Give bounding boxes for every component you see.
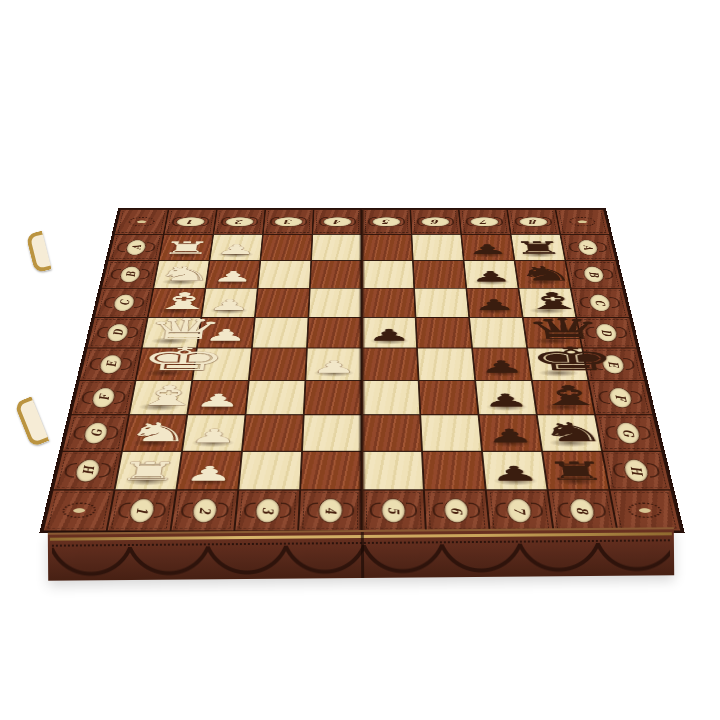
square-g1[interactable]	[122, 415, 187, 451]
border-label-top-6: 6	[410, 209, 461, 234]
square-h2[interactable]	[176, 451, 242, 490]
square-c6[interactable]	[414, 288, 469, 317]
piece-black-p-a7[interactable]: ♟	[462, 243, 514, 257]
coordinate-medallion: 6	[443, 498, 469, 522]
carved-curl-icon	[121, 358, 133, 370]
square-h3[interactable]	[238, 451, 302, 490]
border-label-bottom-4: 4	[298, 490, 362, 531]
piece-black-p-d5[interactable]: ♟	[362, 327, 417, 343]
carved-curl-icon	[154, 503, 167, 518]
border-label-left-G: G	[62, 415, 129, 451]
piece-white-p-b2[interactable]: ♟	[206, 269, 259, 283]
coordinate-medallion: B	[118, 266, 142, 282]
carved-curl-icon	[180, 503, 193, 518]
square-b3[interactable]	[258, 261, 311, 289]
carved-swirl-icon	[627, 503, 664, 518]
square-h5[interactable]	[362, 451, 424, 490]
square-h7[interactable]	[482, 451, 548, 490]
piece-black-r-a8[interactable]: ♜	[511, 239, 564, 256]
square-f4[interactable]	[304, 380, 362, 414]
carved-curl-icon	[114, 391, 126, 404]
carved-curl-icon	[200, 217, 210, 226]
carved-curl-icon	[557, 503, 570, 518]
carved-swirl-icon	[128, 217, 156, 226]
carved-curl-icon	[249, 217, 258, 226]
coordinate-medallion: 3	[254, 498, 280, 522]
carved-curl-icon	[593, 503, 607, 518]
brass-clasp-bottom	[14, 396, 50, 448]
brass-clasp-top	[25, 231, 51, 274]
coordinate-medallion: C	[112, 294, 136, 311]
square-f6[interactable]	[419, 380, 479, 414]
square-g8[interactable]	[537, 415, 602, 451]
carved-curl-icon	[134, 297, 145, 308]
coordinate-medallion: H	[73, 459, 102, 482]
square-e3[interactable]	[249, 348, 307, 380]
border-label-left-A: A	[108, 234, 164, 260]
piece-white-n-b1[interactable]: ♞	[154, 264, 209, 284]
border-label-bottom-8: 8	[548, 490, 618, 531]
border-label-left-F: F	[71, 380, 136, 414]
piece-black-n-b8[interactable]: ♞	[515, 264, 570, 284]
square-f3[interactable]	[245, 380, 305, 414]
piece-white-b-c1[interactable]: ♝	[149, 290, 206, 313]
carved-curl-icon	[598, 391, 610, 404]
piece-black-p-c7[interactable]: ♟	[467, 297, 522, 312]
square-c4[interactable]	[308, 288, 362, 317]
border-label-right-G: G	[595, 415, 662, 451]
carved-curl-icon	[280, 503, 292, 518]
border-label-bottom-3: 3	[234, 490, 300, 531]
carved-curl-icon	[531, 503, 544, 518]
carved-curl-icon	[495, 503, 507, 518]
coordinate-medallion: F	[607, 387, 634, 407]
coordinate-medallion: 8	[568, 498, 597, 522]
carved-curl-icon	[217, 503, 229, 518]
coordinate-medallion: 1	[128, 498, 157, 522]
carved-curl-icon	[145, 242, 156, 252]
border-label-top-1: 1	[164, 209, 217, 234]
chess-set-photo: 12345678AABBCCDDEEFFGGHH12345678 ♜♟♜♟♞♟♞…	[0, 0, 720, 720]
carved-curl-icon	[140, 269, 151, 279]
piece-white-p-a2[interactable]: ♟	[210, 243, 262, 257]
square-b4[interactable]	[310, 261, 362, 289]
carved-curl-icon	[343, 503, 354, 518]
carved-curl-icon	[117, 503, 131, 518]
coordinate-medallion: G	[82, 422, 110, 444]
square-a6[interactable]	[412, 234, 464, 260]
square-c5[interactable]	[362, 288, 416, 317]
carved-curl-icon	[307, 503, 318, 518]
coordinate-medallion: 4	[318, 498, 343, 522]
coordinate-medallion: E	[98, 354, 124, 373]
piece-black-q-d8[interactable]: ♛	[522, 315, 581, 343]
square-e5[interactable]	[362, 348, 419, 380]
carved-curl-icon	[494, 217, 504, 226]
corner-ornament	[555, 209, 609, 234]
square-f5[interactable]	[362, 380, 420, 414]
border-label-top-5: 5	[362, 209, 412, 234]
carved-curl-icon	[396, 217, 405, 226]
carved-curl-icon	[347, 217, 356, 226]
border-label-bottom-7: 7	[486, 490, 554, 531]
corner-ornament	[43, 490, 115, 531]
piece-white-q-d1[interactable]: ♛	[143, 315, 202, 343]
square-h8[interactable]	[542, 451, 609, 490]
coordinate-medallion: G	[614, 422, 642, 444]
coordinate-medallion: F	[90, 387, 117, 407]
chess-board: 12345678AABBCCDDEEFFGGHH12345678 ♜♟♜♟♞♟♞…	[43, 209, 681, 531]
border-label-top-2: 2	[213, 209, 265, 234]
square-f7[interactable]	[475, 380, 537, 414]
carved-curl-icon	[99, 463, 112, 478]
carved-curl-icon	[243, 503, 255, 518]
carved-curl-icon	[631, 391, 644, 404]
piece-white-r-a1[interactable]: ♜	[159, 239, 212, 256]
carved-curl-icon	[609, 297, 621, 308]
border-label-bottom-1: 1	[107, 490, 177, 531]
coordinate-medallion: A	[125, 240, 148, 256]
border-label-top-8: 8	[507, 209, 560, 234]
square-g5[interactable]	[362, 415, 422, 451]
panel-fold-seam	[361, 532, 364, 578]
square-g6[interactable]	[420, 415, 482, 451]
border-label-bottom-5: 5	[362, 490, 426, 531]
carved-curl-icon	[406, 503, 417, 518]
corner-ornament	[114, 209, 168, 234]
coordinate-medallion: H	[622, 459, 651, 482]
coordinate-medallion: 7	[505, 498, 532, 522]
carved-curl-icon	[128, 327, 140, 339]
border-label-top-7: 7	[459, 209, 511, 234]
corner-ornament	[609, 490, 681, 531]
carved-curl-icon	[298, 217, 307, 226]
carved-swirl-icon	[61, 503, 98, 518]
carved-curl-icon	[639, 426, 652, 440]
border-label-bottom-6: 6	[424, 490, 490, 531]
border-label-top-3: 3	[263, 209, 314, 234]
carved-curl-icon	[612, 463, 625, 478]
square-d4[interactable]	[307, 317, 362, 348]
piece-black-p-b7[interactable]: ♟	[465, 269, 518, 283]
square-a4[interactable]	[311, 234, 362, 260]
square-h1[interactable]	[115, 451, 182, 490]
carved-curl-icon	[63, 463, 77, 478]
square-h6[interactable]	[422, 451, 486, 490]
carved-curl-icon	[72, 426, 85, 440]
square-d3[interactable]	[252, 317, 309, 348]
border-label-top-4: 4	[312, 209, 362, 234]
piece-black-b-c8[interactable]: ♝	[519, 290, 576, 313]
square-c3[interactable]	[255, 288, 310, 317]
carved-curl-icon	[432, 503, 444, 518]
box-front-panel	[48, 527, 674, 580]
border-label-right-H: H	[602, 451, 671, 490]
board-fold-seam	[358, 209, 366, 531]
square-b5[interactable]	[362, 261, 414, 289]
carved-curl-icon	[468, 503, 480, 518]
border-label-left-C: C	[94, 288, 153, 317]
border-label-left-H: H	[53, 451, 122, 490]
border-label-right-A: A	[560, 234, 616, 260]
carved-curl-icon	[616, 327, 628, 339]
square-g7[interactable]	[479, 415, 543, 451]
border-label-left-E: E	[79, 348, 142, 380]
square-e6[interactable]	[417, 348, 475, 380]
carved-curl-icon	[647, 463, 661, 478]
square-h4[interactable]	[300, 451, 362, 490]
carved-curl-icon	[445, 217, 454, 226]
carved-curl-icon	[88, 358, 100, 370]
carved-curl-icon	[605, 426, 618, 440]
square-a3[interactable]	[260, 234, 312, 260]
carved-curl-icon	[542, 217, 552, 226]
square-b6[interactable]	[413, 261, 466, 289]
border-label-left-D: D	[87, 317, 148, 348]
carved-curl-icon	[603, 269, 614, 279]
carved-curl-icon	[597, 242, 608, 252]
square-g2[interactable]	[182, 415, 246, 451]
carved-curl-icon	[370, 503, 381, 518]
coordinate-medallion: 5	[381, 498, 406, 522]
carved-curl-icon	[107, 426, 120, 440]
square-d6[interactable]	[416, 317, 473, 348]
coordinate-medallion: 2	[191, 498, 218, 522]
carved-swirl-icon	[568, 217, 596, 226]
coordinate-medallion: D	[105, 323, 130, 341]
carved-curl-icon	[81, 391, 94, 404]
square-d7[interactable]	[469, 317, 527, 348]
border-label-bottom-2: 2	[170, 490, 238, 531]
carved-curl-icon	[623, 358, 635, 370]
square-g4[interactable]	[302, 415, 362, 451]
square-a5[interactable]	[362, 234, 413, 260]
square-g3[interactable]	[242, 415, 304, 451]
border-label-left-B: B	[101, 261, 158, 289]
